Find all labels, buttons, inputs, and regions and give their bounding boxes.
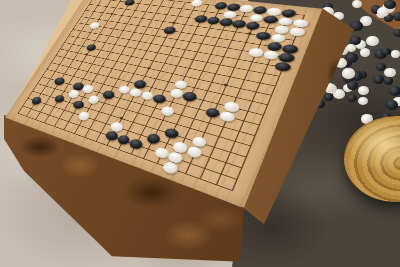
loose-white-stone: [358, 97, 368, 105]
black-stone-14-8: [181, 91, 198, 102]
black-stone-17-16: [255, 31, 272, 41]
black-stone-12-7: [151, 93, 167, 104]
loose-black-stone: [393, 12, 400, 21]
black-stone-16-17: [245, 21, 262, 30]
black-stone-18-19: [280, 9, 297, 18]
black-stone-17-18: [262, 15, 279, 24]
loose-black-stone: [347, 81, 359, 91]
black-stone-15-17: [231, 19, 247, 28]
loose-white-stone: [391, 50, 400, 57]
loose-black-stone: [384, 77, 394, 85]
loose-white-stone: [352, 0, 362, 8]
loose-white-stone: [342, 68, 354, 78]
black-stone-13-3: [145, 132, 162, 145]
black-stone-10-15: [163, 26, 177, 35]
loose-black-stone: [389, 86, 400, 96]
black-stone-5-18: [123, 0, 136, 6]
star-point: [147, 67, 151, 70]
loose-white-stone: [360, 48, 370, 56]
black-stone-16-19: [252, 6, 268, 15]
black-stone-4-4: [53, 94, 66, 104]
white-stone-11-19: [190, 0, 204, 7]
loose-black-stone: [324, 93, 334, 101]
loose-black-stone: [347, 94, 357, 102]
white-stone-18-17: [273, 25, 290, 35]
black-stone-2-3: [30, 96, 43, 106]
black-stone-12-2: [128, 138, 144, 151]
white-stone-6-6: [81, 84, 95, 94]
loose-white-stone: [346, 44, 356, 52]
photo-scene: [0, 0, 400, 267]
loose-white-stone: [366, 36, 378, 46]
loose-black-stone: [381, 48, 390, 56]
loose-black-stone: [376, 63, 386, 71]
white-stone-5-5: [67, 89, 81, 99]
black-stone-6-4: [72, 100, 86, 110]
black-stone-14-4: [163, 127, 180, 140]
star-point: [110, 13, 114, 15]
loose-black-stone: [386, 100, 398, 110]
loose-black-stone: [373, 75, 384, 84]
star-point: [247, 32, 252, 35]
loose-black-stone: [345, 53, 358, 63]
black-stone-8-6: [102, 90, 116, 100]
loose-white-stone: [358, 86, 369, 95]
white-stone-13-6: [159, 105, 175, 117]
star-point: [85, 53, 89, 56]
white-stone-15-19: [239, 4, 255, 12]
white-stone-3-14: [88, 22, 100, 30]
white-stone-16-3: [186, 145, 204, 159]
black-stone-4-11: [85, 43, 98, 51]
star-point: [172, 22, 176, 24]
star-point: [119, 116, 124, 119]
white-stone-7-3: [77, 111, 91, 122]
loose-white-stone: [384, 68, 396, 78]
white-stone-18-14: [262, 50, 280, 61]
black-stone-3-6: [53, 76, 66, 85]
white-stone-17-14: [247, 48, 264, 58]
loose-black-stone: [393, 29, 400, 37]
star-point: [223, 83, 228, 86]
white-stone-7-5: [87, 95, 101, 105]
loose-black-stone: [350, 36, 361, 45]
loose-white-stone: [377, 7, 389, 16]
